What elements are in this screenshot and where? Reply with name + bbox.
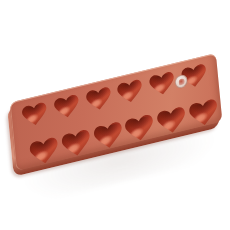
product-photo bbox=[0, 0, 230, 230]
heart-cavity bbox=[113, 75, 147, 107]
heart-cavity bbox=[81, 83, 115, 115]
heart-shape bbox=[85, 85, 112, 113]
heart-cavity bbox=[50, 90, 84, 122]
heart-cavity bbox=[145, 68, 179, 100]
heart-shape bbox=[148, 70, 175, 98]
heart-shape bbox=[21, 100, 48, 128]
heart-cavity bbox=[18, 98, 52, 130]
heart-shape bbox=[117, 77, 144, 105]
heart-shape bbox=[53, 93, 80, 121]
